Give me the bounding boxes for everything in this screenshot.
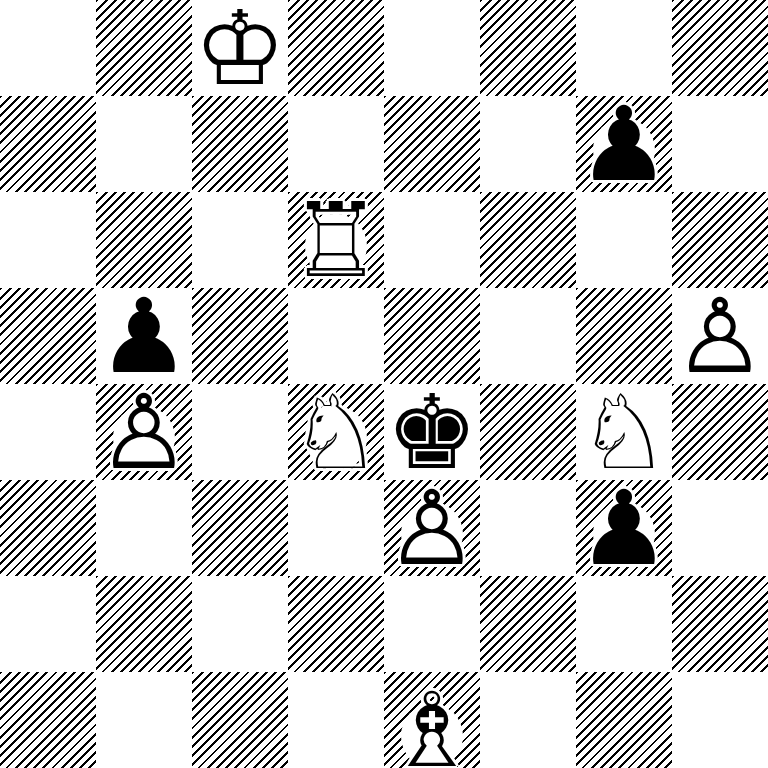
square-c8[interactable]: ♔ — [192, 0, 288, 96]
square-d7[interactable] — [288, 96, 384, 192]
square-g1[interactable] — [576, 672, 672, 768]
square-c3[interactable] — [192, 480, 288, 576]
square-b4[interactable]: ♙ — [96, 384, 192, 480]
square-d4[interactable]: ♘ — [288, 384, 384, 480]
square-e7[interactable] — [384, 96, 480, 192]
chess-board: ♔♟♖♟♙♙♘♚♘♙♟♗ — [0, 0, 768, 768]
square-g7[interactable]: ♟ — [576, 96, 672, 192]
piece-black-pawn[interactable]: ♟ — [96, 288, 192, 384]
square-a3[interactable] — [0, 480, 96, 576]
square-h2[interactable] — [672, 576, 768, 672]
square-a1[interactable] — [0, 672, 96, 768]
square-f1[interactable] — [480, 672, 576, 768]
square-f8[interactable] — [480, 0, 576, 96]
square-d6[interactable]: ♖ — [288, 192, 384, 288]
square-b8[interactable] — [96, 0, 192, 96]
square-d5[interactable] — [288, 288, 384, 384]
square-e5[interactable] — [384, 288, 480, 384]
square-d2[interactable] — [288, 576, 384, 672]
square-c2[interactable] — [192, 576, 288, 672]
square-b5[interactable]: ♟ — [96, 288, 192, 384]
square-a8[interactable] — [0, 0, 96, 96]
square-a2[interactable] — [0, 576, 96, 672]
square-f5[interactable] — [480, 288, 576, 384]
square-c1[interactable] — [192, 672, 288, 768]
square-g4[interactable]: ♘ — [576, 384, 672, 480]
square-b6[interactable] — [96, 192, 192, 288]
piece-white-bishop[interactable]: ♗ — [384, 682, 480, 768]
square-b1[interactable] — [96, 672, 192, 768]
square-b3[interactable] — [96, 480, 192, 576]
square-d3[interactable] — [288, 480, 384, 576]
square-f7[interactable] — [480, 96, 576, 192]
square-g8[interactable] — [576, 0, 672, 96]
square-h8[interactable] — [672, 0, 768, 96]
square-h3[interactable] — [672, 480, 768, 576]
square-f3[interactable] — [480, 480, 576, 576]
square-e6[interactable] — [384, 192, 480, 288]
square-b7[interactable] — [96, 96, 192, 192]
square-g2[interactable] — [576, 576, 672, 672]
piece-white-king[interactable]: ♔ — [192, 0, 288, 96]
square-e2[interactable] — [384, 576, 480, 672]
piece-black-pawn[interactable]: ♟ — [576, 96, 672, 192]
square-a4[interactable] — [0, 384, 96, 480]
square-h4[interactable] — [672, 384, 768, 480]
piece-white-knight[interactable]: ♘ — [576, 384, 672, 480]
piece-white-rook[interactable]: ♖ — [288, 192, 384, 288]
square-e4[interactable]: ♚ — [384, 384, 480, 480]
square-h6[interactable] — [672, 192, 768, 288]
square-c4[interactable] — [192, 384, 288, 480]
square-c7[interactable] — [192, 96, 288, 192]
piece-white-pawn[interactable]: ♙ — [672, 288, 768, 384]
piece-white-pawn[interactable]: ♙ — [384, 480, 480, 576]
piece-white-knight[interactable]: ♘ — [288, 384, 384, 480]
square-h1[interactable] — [672, 672, 768, 768]
square-g3[interactable]: ♟ — [576, 480, 672, 576]
square-a7[interactable] — [0, 96, 96, 192]
square-a6[interactable] — [0, 192, 96, 288]
square-a5[interactable] — [0, 288, 96, 384]
square-f4[interactable] — [480, 384, 576, 480]
square-e3[interactable]: ♙ — [384, 480, 480, 576]
square-c5[interactable] — [192, 288, 288, 384]
square-h7[interactable] — [672, 96, 768, 192]
square-d1[interactable] — [288, 672, 384, 768]
square-h5[interactable]: ♙ — [672, 288, 768, 384]
square-b2[interactable] — [96, 576, 192, 672]
square-f2[interactable] — [480, 576, 576, 672]
square-c6[interactable] — [192, 192, 288, 288]
square-d8[interactable] — [288, 0, 384, 96]
piece-black-king[interactable]: ♚ — [384, 384, 480, 480]
square-g5[interactable] — [576, 288, 672, 384]
square-g6[interactable] — [576, 192, 672, 288]
square-e8[interactable] — [384, 0, 480, 96]
piece-black-pawn[interactable]: ♟ — [576, 480, 672, 576]
square-e1[interactable]: ♗ — [384, 672, 480, 768]
square-f6[interactable] — [480, 192, 576, 288]
piece-white-pawn[interactable]: ♙ — [96, 384, 192, 480]
